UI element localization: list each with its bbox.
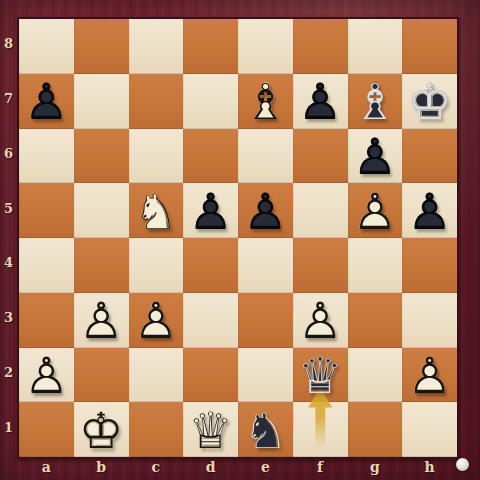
square-a1[interactable] <box>19 402 74 457</box>
square-d8[interactable] <box>183 19 238 74</box>
piece-black-queen[interactable]: ♛♕ <box>293 348 348 403</box>
square-g3[interactable] <box>348 293 403 348</box>
square-c6[interactable] <box>129 129 184 184</box>
square-g8[interactable] <box>348 19 403 74</box>
square-g6[interactable]: ♟♙ <box>348 129 403 184</box>
square-f1[interactable] <box>293 402 348 457</box>
piece-white-knight[interactable]: ♞♘ <box>129 183 184 238</box>
square-f5[interactable] <box>293 183 348 238</box>
square-h4[interactable] <box>402 238 457 293</box>
rank-label-3: 3 <box>0 310 17 325</box>
piece-white-pawn[interactable]: ♟♙ <box>74 293 129 348</box>
piece-black-pawn[interactable]: ♟♙ <box>402 183 457 238</box>
square-g2[interactable] <box>348 348 403 403</box>
square-f8[interactable] <box>293 19 348 74</box>
piece-white-pawn[interactable]: ♟♙ <box>402 348 457 403</box>
square-h8[interactable] <box>402 19 457 74</box>
board-frame: ♟♙♝♗♟♙♝♗♚♔♟♙♞♘♟♙♟♙♟♙♟♙♟♙♟♙♟♙♟♙♛♕♟♙♚♔♛♕♞♘… <box>0 0 480 480</box>
square-b7[interactable] <box>74 74 129 129</box>
file-label-a: a <box>19 459 74 475</box>
square-b2[interactable] <box>74 348 129 403</box>
piece-white-pawn[interactable]: ♟♙ <box>129 293 184 348</box>
square-h7[interactable]: ♚♔ <box>402 74 457 129</box>
square-a2[interactable]: ♟♙ <box>19 348 74 403</box>
square-d4[interactable] <box>183 238 238 293</box>
piece-black-king[interactable]: ♚♔ <box>402 74 457 129</box>
square-e2[interactable] <box>238 348 293 403</box>
piece-white-king[interactable]: ♚♔ <box>74 402 129 457</box>
file-label-b: b <box>74 459 129 475</box>
square-c7[interactable] <box>129 74 184 129</box>
square-c3[interactable]: ♟♙ <box>129 293 184 348</box>
square-c2[interactable] <box>129 348 184 403</box>
piece-black-pawn[interactable]: ♟♙ <box>19 74 74 129</box>
square-c1[interactable] <box>129 402 184 457</box>
piece-black-pawn[interactable]: ♟♙ <box>238 183 293 238</box>
file-label-e: e <box>238 459 293 475</box>
piece-black-knight[interactable]: ♞♘ <box>238 402 293 457</box>
square-a8[interactable] <box>19 19 74 74</box>
square-a7[interactable]: ♟♙ <box>19 74 74 129</box>
square-h5[interactable]: ♟♙ <box>402 183 457 238</box>
square-g1[interactable] <box>348 402 403 457</box>
square-b6[interactable] <box>74 129 129 184</box>
square-c8[interactable] <box>129 19 184 74</box>
file-label-c: c <box>129 459 184 475</box>
square-b5[interactable] <box>74 183 129 238</box>
piece-white-pawn[interactable]: ♟♙ <box>348 183 403 238</box>
square-e1[interactable]: ♞♘ <box>238 402 293 457</box>
piece-white-bishop[interactable]: ♝♗ <box>238 74 293 129</box>
square-f7[interactable]: ♟♙ <box>293 74 348 129</box>
square-c5[interactable]: ♞♘ <box>129 183 184 238</box>
file-label-g: g <box>348 459 403 475</box>
square-a5[interactable] <box>19 183 74 238</box>
piece-black-pawn[interactable]: ♟♙ <box>348 129 403 184</box>
square-e5[interactable]: ♟♙ <box>238 183 293 238</box>
square-e8[interactable] <box>238 19 293 74</box>
square-d6[interactable] <box>183 129 238 184</box>
square-d3[interactable] <box>183 293 238 348</box>
square-e7[interactable]: ♝♗ <box>238 74 293 129</box>
square-g7[interactable]: ♝♗ <box>348 74 403 129</box>
square-d5[interactable]: ♟♙ <box>183 183 238 238</box>
square-d2[interactable] <box>183 348 238 403</box>
square-h1[interactable] <box>402 402 457 457</box>
square-d7[interactable] <box>183 74 238 129</box>
rank-label-4: 4 <box>0 255 17 270</box>
square-b1[interactable]: ♚♔ <box>74 402 129 457</box>
rank-label-6: 6 <box>0 146 17 161</box>
square-h2[interactable]: ♟♙ <box>402 348 457 403</box>
piece-black-pawn[interactable]: ♟♙ <box>293 74 348 129</box>
board-grid: ♟♙♝♗♟♙♝♗♚♔♟♙♞♘♟♙♟♙♟♙♟♙♟♙♟♙♟♙♟♙♛♕♟♙♚♔♛♕♞♘ <box>19 19 457 457</box>
square-d1[interactable]: ♛♕ <box>183 402 238 457</box>
piece-white-pawn[interactable]: ♟♙ <box>293 293 348 348</box>
square-b4[interactable] <box>74 238 129 293</box>
rank-label-5: 5 <box>0 201 17 216</box>
square-a4[interactable] <box>19 238 74 293</box>
square-g5[interactable]: ♟♙ <box>348 183 403 238</box>
file-label-d: d <box>183 459 238 475</box>
chess-board: ♟♙♝♗♟♙♝♗♚♔♟♙♞♘♟♙♟♙♟♙♟♙♟♙♟♙♟♙♟♙♛♕♟♙♚♔♛♕♞♘ <box>17 17 459 459</box>
square-a3[interactable] <box>19 293 74 348</box>
rank-label-1: 1 <box>0 420 17 435</box>
square-f4[interactable] <box>293 238 348 293</box>
piece-white-queen[interactable]: ♛♕ <box>183 402 238 457</box>
square-h6[interactable] <box>402 129 457 184</box>
piece-white-pawn[interactable]: ♟♙ <box>19 348 74 403</box>
white-to-move-indicator-dot <box>456 458 469 471</box>
square-f6[interactable] <box>293 129 348 184</box>
square-e3[interactable] <box>238 293 293 348</box>
square-g4[interactable] <box>348 238 403 293</box>
square-b8[interactable] <box>74 19 129 74</box>
square-e4[interactable] <box>238 238 293 293</box>
rank-label-2: 2 <box>0 365 17 380</box>
piece-black-bishop[interactable]: ♝♗ <box>348 74 403 129</box>
square-f2[interactable]: ♛♕ <box>293 348 348 403</box>
square-b3[interactable]: ♟♙ <box>74 293 129 348</box>
rank-label-8: 8 <box>0 36 17 51</box>
piece-black-pawn[interactable]: ♟♙ <box>183 183 238 238</box>
rank-label-7: 7 <box>0 91 17 106</box>
square-a6[interactable] <box>19 129 74 184</box>
square-c4[interactable] <box>129 238 184 293</box>
square-e6[interactable] <box>238 129 293 184</box>
square-h3[interactable] <box>402 293 457 348</box>
file-label-h: h <box>402 459 457 475</box>
file-label-f: f <box>293 459 348 475</box>
square-f3[interactable]: ♟♙ <box>293 293 348 348</box>
